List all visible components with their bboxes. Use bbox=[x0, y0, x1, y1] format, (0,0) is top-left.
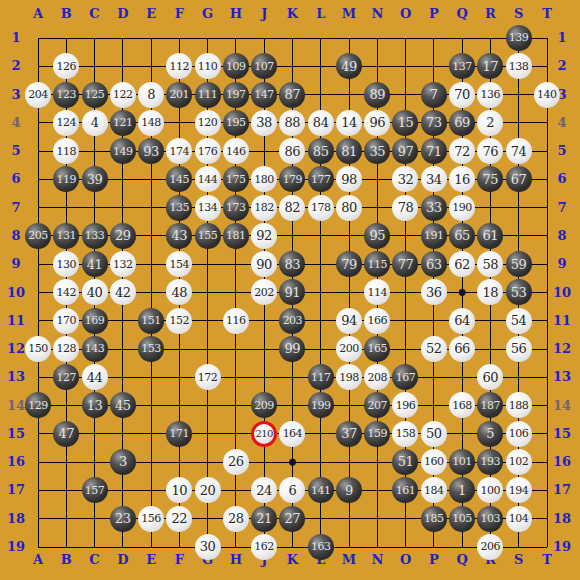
move-number: 200 bbox=[339, 343, 359, 354]
move-number: 180 bbox=[254, 174, 274, 185]
move-number: 16 bbox=[454, 173, 470, 186]
move-number: 66 bbox=[454, 342, 470, 355]
move-number: 50 bbox=[426, 427, 442, 440]
move-number: 175 bbox=[226, 174, 246, 185]
stone-E11-move-151: 151 bbox=[138, 308, 164, 334]
move-number: 193 bbox=[480, 456, 500, 467]
stone-J9-move-90: 90 bbox=[251, 251, 277, 277]
move-number: 124 bbox=[57, 117, 77, 128]
stone-R18-move-103: 103 bbox=[477, 506, 503, 532]
stone-S16-move-102: 102 bbox=[506, 449, 532, 475]
move-number: 97 bbox=[398, 145, 414, 158]
move-number: 121 bbox=[113, 117, 133, 128]
stone-P3-move-7: 7 bbox=[421, 82, 447, 108]
stone-H18-move-28: 28 bbox=[223, 506, 249, 532]
stone-R15-move-5: 5 bbox=[477, 421, 503, 447]
move-number: 174 bbox=[170, 146, 190, 157]
stone-K9-move-83: 83 bbox=[279, 251, 305, 277]
coord-label-N: N bbox=[363, 5, 391, 23]
stone-B11-move-170: 170 bbox=[53, 308, 79, 334]
stone-R16-move-193: 193 bbox=[477, 449, 503, 475]
stone-D9-move-132: 132 bbox=[110, 251, 136, 277]
stone-B9-move-130: 130 bbox=[53, 251, 79, 277]
stone-C6-move-39: 39 bbox=[82, 166, 108, 192]
stone-M4-move-14: 14 bbox=[336, 110, 362, 136]
move-number: 81 bbox=[341, 145, 357, 158]
stone-R14-move-187: 187 bbox=[477, 392, 503, 418]
move-number: 95 bbox=[369, 229, 385, 242]
stone-K3-move-87: 87 bbox=[279, 82, 305, 108]
stone-M2-move-49: 49 bbox=[336, 53, 362, 79]
stone-H2-move-109: 109 bbox=[223, 53, 249, 79]
stone-J7-move-182: 182 bbox=[251, 195, 277, 221]
move-number: 60 bbox=[482, 371, 498, 384]
move-number: 72 bbox=[454, 145, 470, 158]
coord-label-T: T bbox=[533, 5, 561, 23]
move-number: 96 bbox=[369, 116, 385, 129]
move-number: 59 bbox=[511, 258, 527, 271]
stone-R17-move-100: 100 bbox=[477, 477, 503, 503]
move-number: 129 bbox=[28, 400, 48, 411]
stone-N12-move-165: 165 bbox=[364, 336, 390, 362]
stone-S5-move-74: 74 bbox=[506, 138, 532, 164]
stone-A12-move-150: 150 bbox=[25, 336, 51, 362]
move-number: 176 bbox=[198, 146, 218, 157]
stone-K7-move-82: 82 bbox=[279, 195, 305, 221]
move-number: 142 bbox=[57, 287, 77, 298]
move-number: 6 bbox=[288, 484, 296, 497]
move-number: 208 bbox=[367, 372, 387, 383]
stone-J15-move-210: 210 bbox=[251, 421, 277, 447]
move-number: 87 bbox=[285, 88, 301, 101]
stone-M17-move-9: 9 bbox=[336, 477, 362, 503]
stone-Q6-move-16: 16 bbox=[449, 166, 475, 192]
stone-O6-move-32: 32 bbox=[392, 166, 418, 192]
stone-H11-move-116: 116 bbox=[223, 308, 249, 334]
coord-label-C: C bbox=[81, 5, 109, 23]
coord-label-O: O bbox=[392, 5, 420, 23]
move-number: 69 bbox=[454, 116, 470, 129]
stone-R10-move-18: 18 bbox=[477, 279, 503, 305]
stone-B10-move-142: 142 bbox=[53, 279, 79, 305]
move-number: 21 bbox=[256, 512, 272, 525]
stone-B15-move-47: 47 bbox=[53, 421, 79, 447]
move-number: 109 bbox=[226, 61, 246, 72]
move-number: 160 bbox=[424, 456, 444, 467]
stone-P17-move-184: 184 bbox=[421, 477, 447, 503]
move-number: 93 bbox=[143, 145, 159, 158]
stone-O5-move-97: 97 bbox=[392, 138, 418, 164]
coord-label-M: M bbox=[335, 5, 363, 23]
move-number: 41 bbox=[87, 258, 103, 271]
stone-Q5-move-72: 72 bbox=[449, 138, 475, 164]
stone-Q11-move-64: 64 bbox=[449, 308, 475, 334]
stone-Q14-move-168: 168 bbox=[449, 392, 475, 418]
move-number: 177 bbox=[311, 174, 331, 185]
stone-P8-move-191: 191 bbox=[421, 223, 447, 249]
stone-S10-move-53: 53 bbox=[506, 279, 532, 305]
stone-O15-move-158: 158 bbox=[392, 421, 418, 447]
move-number: 84 bbox=[313, 116, 329, 129]
move-number: 51 bbox=[398, 455, 414, 468]
move-number: 173 bbox=[226, 202, 246, 213]
stone-C12-move-143: 143 bbox=[82, 336, 108, 362]
stone-S15-move-106: 106 bbox=[506, 421, 532, 447]
stone-G6-move-144: 144 bbox=[195, 166, 221, 192]
move-number: 98 bbox=[341, 173, 357, 186]
move-number: 43 bbox=[172, 229, 188, 242]
stone-J10-move-202: 202 bbox=[251, 279, 277, 305]
stone-F11-move-152: 152 bbox=[166, 308, 192, 334]
move-number: 155 bbox=[198, 230, 218, 241]
stone-B13-move-127: 127 bbox=[53, 364, 79, 390]
stone-H3-move-197: 197 bbox=[223, 82, 249, 108]
go-board[interactable]: AABBCCDDEEFFGGHHJJKKLLMMNNOOPPQQRRSSTT11… bbox=[0, 0, 580, 580]
stone-P7-move-33: 33 bbox=[421, 195, 447, 221]
stone-C9-move-41: 41 bbox=[82, 251, 108, 277]
move-number: 166 bbox=[367, 315, 387, 326]
stone-G19-move-30: 30 bbox=[195, 534, 221, 560]
stone-N5-move-35: 35 bbox=[364, 138, 390, 164]
move-number: 17 bbox=[482, 60, 498, 73]
stone-P10-move-36: 36 bbox=[421, 279, 447, 305]
stone-G13-move-172: 172 bbox=[195, 364, 221, 390]
move-number: 39 bbox=[87, 173, 103, 186]
move-number: 49 bbox=[341, 60, 357, 73]
stone-H16-move-26: 26 bbox=[223, 449, 249, 475]
move-number: 99 bbox=[285, 342, 301, 355]
move-number: 133 bbox=[85, 230, 105, 241]
stone-Q8-move-65: 65 bbox=[449, 223, 475, 249]
move-number: 206 bbox=[480, 541, 500, 552]
move-number: 67 bbox=[511, 173, 527, 186]
stone-E4-move-148: 148 bbox=[138, 110, 164, 136]
move-number: 65 bbox=[454, 229, 470, 242]
move-number: 2 bbox=[486, 116, 494, 129]
stone-H7-move-173: 173 bbox=[223, 195, 249, 221]
move-number: 144 bbox=[198, 174, 218, 185]
stone-C10-move-40: 40 bbox=[82, 279, 108, 305]
stone-E18-move-156: 156 bbox=[138, 506, 164, 532]
move-number: 37 bbox=[341, 427, 357, 440]
stone-R9-move-58: 58 bbox=[477, 251, 503, 277]
move-number: 201 bbox=[170, 89, 190, 100]
move-number: 106 bbox=[509, 428, 529, 439]
move-number: 128 bbox=[57, 343, 77, 354]
move-number: 35 bbox=[369, 145, 385, 158]
stone-P6-move-34: 34 bbox=[421, 166, 447, 192]
move-number: 204 bbox=[28, 89, 48, 100]
move-number: 168 bbox=[452, 400, 472, 411]
stone-E3-move-8: 8 bbox=[138, 82, 164, 108]
stone-S6-move-67: 67 bbox=[506, 166, 532, 192]
move-number: 20 bbox=[200, 484, 216, 497]
stone-J3-move-147: 147 bbox=[251, 82, 277, 108]
move-number: 197 bbox=[226, 89, 246, 100]
move-number: 74 bbox=[511, 145, 527, 158]
stone-R4-move-2: 2 bbox=[477, 110, 503, 136]
move-number: 134 bbox=[198, 202, 218, 213]
stone-J2-move-107: 107 bbox=[251, 53, 277, 79]
stone-K5-move-86: 86 bbox=[279, 138, 305, 164]
stone-R2-move-17: 17 bbox=[477, 53, 503, 79]
stone-O17-move-161: 161 bbox=[392, 477, 418, 503]
stone-F9-move-154: 154 bbox=[166, 251, 192, 277]
stone-H4-move-195: 195 bbox=[223, 110, 249, 136]
move-number: 105 bbox=[452, 513, 472, 524]
move-number: 164 bbox=[283, 428, 303, 439]
stone-Q3-move-70: 70 bbox=[449, 82, 475, 108]
move-number: 26 bbox=[228, 455, 244, 468]
move-number: 170 bbox=[57, 315, 77, 326]
move-number: 143 bbox=[85, 343, 105, 354]
move-number: 205 bbox=[28, 230, 48, 241]
move-number: 24 bbox=[256, 484, 272, 497]
move-number: 120 bbox=[198, 117, 218, 128]
stone-L17-move-141: 141 bbox=[308, 477, 334, 503]
stone-R5-move-76: 76 bbox=[477, 138, 503, 164]
stone-C8-move-133: 133 bbox=[82, 223, 108, 249]
move-number: 53 bbox=[511, 286, 527, 299]
move-number: 123 bbox=[57, 89, 77, 100]
move-number: 23 bbox=[115, 512, 131, 525]
stone-P18-move-185: 185 bbox=[421, 506, 447, 532]
stone-D4-move-121: 121 bbox=[110, 110, 136, 136]
stone-G8-move-155: 155 bbox=[195, 223, 221, 249]
move-number: 29 bbox=[115, 229, 131, 242]
stone-R3-move-136: 136 bbox=[477, 82, 503, 108]
move-number: 27 bbox=[285, 512, 301, 525]
stones-layer: 1391261121101091074913717138204123125122… bbox=[24, 24, 561, 561]
move-number: 153 bbox=[141, 343, 161, 354]
stone-T3-move-140: 140 bbox=[534, 82, 560, 108]
move-number: 185 bbox=[424, 513, 444, 524]
stone-F6-move-145: 145 bbox=[166, 166, 192, 192]
move-number: 30 bbox=[200, 540, 216, 553]
move-number: 179 bbox=[283, 174, 303, 185]
stone-P15-move-50: 50 bbox=[421, 421, 447, 447]
stone-D10-move-42: 42 bbox=[110, 279, 136, 305]
move-number: 89 bbox=[369, 88, 385, 101]
move-number: 163 bbox=[311, 541, 331, 552]
move-number: 199 bbox=[311, 400, 331, 411]
stone-L5-move-85: 85 bbox=[308, 138, 334, 164]
move-number: 64 bbox=[454, 314, 470, 327]
move-number: 8 bbox=[147, 88, 155, 101]
move-number: 145 bbox=[170, 174, 190, 185]
stone-S18-move-104: 104 bbox=[506, 506, 532, 532]
coord-label-R: R bbox=[476, 5, 504, 23]
stone-Q4-move-69: 69 bbox=[449, 110, 475, 136]
stone-M7-move-80: 80 bbox=[336, 195, 362, 221]
move-number: 75 bbox=[482, 173, 498, 186]
move-number: 73 bbox=[426, 116, 442, 129]
stone-M15-move-37: 37 bbox=[336, 421, 362, 447]
move-number: 42 bbox=[115, 286, 131, 299]
stone-M12-move-200: 200 bbox=[336, 336, 362, 362]
stone-F10-move-48: 48 bbox=[166, 279, 192, 305]
stone-P5-move-71: 71 bbox=[421, 138, 447, 164]
move-number: 161 bbox=[396, 485, 416, 496]
stone-C3-move-125: 125 bbox=[82, 82, 108, 108]
move-number: 148 bbox=[141, 117, 161, 128]
stone-B6-move-119: 119 bbox=[53, 166, 79, 192]
move-number: 172 bbox=[198, 372, 218, 383]
move-number: 209 bbox=[254, 400, 274, 411]
coord-label-K: K bbox=[279, 5, 307, 23]
move-number: 149 bbox=[113, 146, 133, 157]
stone-R19-move-206: 206 bbox=[477, 534, 503, 560]
stone-A14-move-129: 129 bbox=[25, 392, 51, 418]
move-number: 146 bbox=[226, 146, 246, 157]
stone-M11-move-94: 94 bbox=[336, 308, 362, 334]
coord-label-S: S bbox=[505, 5, 533, 23]
stone-A8-move-205: 205 bbox=[25, 223, 51, 249]
stone-M6-move-98: 98 bbox=[336, 166, 362, 192]
stone-E12-move-153: 153 bbox=[138, 336, 164, 362]
stone-R8-move-61: 61 bbox=[477, 223, 503, 249]
move-number: 198 bbox=[339, 372, 359, 383]
move-number: 62 bbox=[454, 258, 470, 271]
stone-Q9-move-62: 62 bbox=[449, 251, 475, 277]
stone-G17-move-20: 20 bbox=[195, 477, 221, 503]
stone-K10-move-91: 91 bbox=[279, 279, 305, 305]
move-number: 9 bbox=[345, 484, 353, 497]
move-number: 138 bbox=[509, 61, 529, 72]
move-number: 151 bbox=[141, 315, 161, 326]
stone-M9-move-79: 79 bbox=[336, 251, 362, 277]
stone-F15-move-171: 171 bbox=[166, 421, 192, 447]
stone-N3-move-89: 89 bbox=[364, 82, 390, 108]
move-number: 52 bbox=[426, 342, 442, 355]
stone-F5-move-174: 174 bbox=[166, 138, 192, 164]
move-number: 119 bbox=[57, 174, 77, 185]
move-number: 158 bbox=[396, 428, 416, 439]
stone-R6-move-75: 75 bbox=[477, 166, 503, 192]
stone-F3-move-201: 201 bbox=[166, 82, 192, 108]
move-number: 178 bbox=[311, 202, 331, 213]
stone-D18-move-23: 23 bbox=[110, 506, 136, 532]
move-number: 137 bbox=[452, 61, 472, 72]
stone-G5-move-176: 176 bbox=[195, 138, 221, 164]
move-number: 86 bbox=[285, 145, 301, 158]
move-number: 61 bbox=[482, 229, 498, 242]
stone-J4-move-38: 38 bbox=[251, 110, 277, 136]
stone-G4-move-120: 120 bbox=[195, 110, 221, 136]
move-number: 114 bbox=[367, 287, 387, 298]
move-number: 70 bbox=[454, 88, 470, 101]
stone-R13-move-60: 60 bbox=[477, 364, 503, 390]
stone-N4-move-96: 96 bbox=[364, 110, 390, 136]
move-number: 13 bbox=[87, 399, 103, 412]
move-number: 210 bbox=[255, 429, 272, 439]
stone-H8-move-181: 181 bbox=[223, 223, 249, 249]
move-number: 40 bbox=[87, 286, 103, 299]
move-number: 118 bbox=[57, 146, 77, 157]
move-number: 182 bbox=[254, 202, 274, 213]
stone-E5-move-93: 93 bbox=[138, 138, 164, 164]
stone-O9-move-77: 77 bbox=[392, 251, 418, 277]
stone-K15-move-164: 164 bbox=[279, 421, 305, 447]
move-number: 28 bbox=[228, 512, 244, 525]
move-number: 127 bbox=[57, 372, 77, 383]
move-number: 140 bbox=[537, 89, 557, 100]
move-number: 7 bbox=[430, 88, 438, 101]
move-number: 150 bbox=[28, 343, 48, 354]
move-number: 77 bbox=[398, 258, 414, 271]
move-number: 135 bbox=[170, 202, 190, 213]
move-number: 117 bbox=[311, 372, 331, 383]
move-number: 188 bbox=[509, 400, 529, 411]
stone-N11-move-166: 166 bbox=[364, 308, 390, 334]
stone-L6-move-177: 177 bbox=[308, 166, 334, 192]
stone-K6-move-179: 179 bbox=[279, 166, 305, 192]
move-number: 63 bbox=[426, 258, 442, 271]
stone-Q18-move-105: 105 bbox=[449, 506, 475, 532]
coord-label-P: P bbox=[420, 5, 448, 23]
stone-P9-move-63: 63 bbox=[421, 251, 447, 277]
stone-Q12-move-66: 66 bbox=[449, 336, 475, 362]
move-number: 190 bbox=[452, 202, 472, 213]
stone-F8-move-43: 43 bbox=[166, 223, 192, 249]
stone-N9-move-115: 115 bbox=[364, 251, 390, 277]
coord-label-Q: Q bbox=[448, 5, 476, 23]
stone-F2-move-112: 112 bbox=[166, 53, 192, 79]
move-number: 101 bbox=[452, 456, 472, 467]
stone-P16-move-160: 160 bbox=[421, 449, 447, 475]
stone-M13-move-198: 198 bbox=[336, 364, 362, 390]
stone-O7-move-78: 78 bbox=[392, 195, 418, 221]
stone-S2-move-138: 138 bbox=[506, 53, 532, 79]
move-number: 111 bbox=[198, 89, 218, 100]
stone-C4-move-4: 4 bbox=[82, 110, 108, 136]
coord-label-D: D bbox=[109, 5, 137, 23]
move-number: 56 bbox=[511, 342, 527, 355]
stone-S17-move-194: 194 bbox=[506, 477, 532, 503]
stone-D8-move-29: 29 bbox=[110, 223, 136, 249]
move-number: 71 bbox=[426, 145, 442, 158]
move-number: 122 bbox=[113, 89, 133, 100]
stone-F17-move-10: 10 bbox=[166, 477, 192, 503]
move-number: 91 bbox=[285, 286, 301, 299]
stone-S14-move-188: 188 bbox=[506, 392, 532, 418]
stone-F7-move-135: 135 bbox=[166, 195, 192, 221]
stone-B8-move-131: 131 bbox=[53, 223, 79, 249]
stone-Q2-move-137: 137 bbox=[449, 53, 475, 79]
move-number: 48 bbox=[172, 286, 188, 299]
stone-Q17-move-1: 1 bbox=[449, 477, 475, 503]
stone-N13-move-208: 208 bbox=[364, 364, 390, 390]
stone-D14-move-45: 45 bbox=[110, 392, 136, 418]
stone-S9-move-59: 59 bbox=[506, 251, 532, 277]
coord-label-A: A bbox=[24, 5, 52, 23]
coord-label-H: H bbox=[222, 5, 250, 23]
move-number: 152 bbox=[170, 315, 190, 326]
move-number: 90 bbox=[256, 258, 272, 271]
stone-K17-move-6: 6 bbox=[279, 477, 305, 503]
move-number: 136 bbox=[480, 89, 500, 100]
stone-G2-move-110: 110 bbox=[195, 53, 221, 79]
stone-J14-move-209: 209 bbox=[251, 392, 277, 418]
move-number: 83 bbox=[285, 258, 301, 271]
move-number: 5 bbox=[486, 427, 494, 440]
move-number: 125 bbox=[85, 89, 105, 100]
move-number: 154 bbox=[170, 259, 190, 270]
move-number: 169 bbox=[85, 315, 105, 326]
stone-B4-move-124: 124 bbox=[53, 110, 79, 136]
stone-O4-move-15: 15 bbox=[392, 110, 418, 136]
coord-label-E: E bbox=[137, 5, 165, 23]
